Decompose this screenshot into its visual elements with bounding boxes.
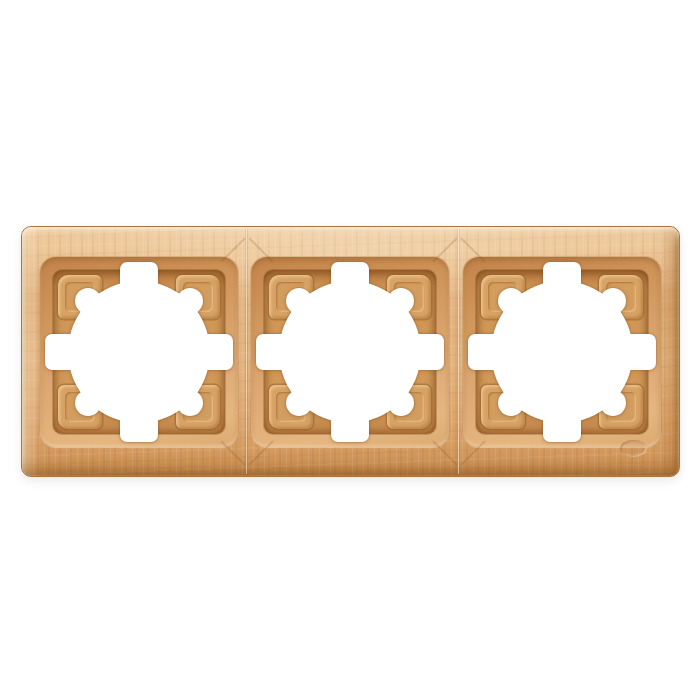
cutout-tab-left bbox=[256, 334, 290, 370]
cutout-tab-right bbox=[199, 334, 233, 370]
cutout-lobe-bottom-left bbox=[286, 390, 312, 416]
photo-canvas bbox=[0, 0, 700, 700]
cutout-tab-bottom bbox=[543, 410, 581, 442]
frame-module-1 bbox=[33, 227, 245, 476]
cutout-tab-left bbox=[45, 334, 79, 370]
frame-module-3 bbox=[456, 227, 668, 476]
cutout-tab-top bbox=[543, 262, 581, 294]
opening-bevel bbox=[40, 257, 238, 447]
opening-bevel bbox=[463, 257, 661, 447]
opening-bevel bbox=[251, 257, 449, 447]
cutout-tab-left bbox=[468, 334, 502, 370]
cutout-tab-top bbox=[331, 262, 369, 294]
cutout-lobe-top-right bbox=[388, 288, 414, 314]
cutout-lobe-bottom-left bbox=[498, 390, 524, 416]
cutout-lobe-top-left bbox=[286, 288, 312, 314]
module-row bbox=[22, 227, 679, 476]
cutout-tab-bottom bbox=[331, 410, 369, 442]
frame-module-2 bbox=[245, 227, 457, 476]
cutout-lobe-bottom-left bbox=[75, 390, 101, 416]
embossed-brand-mark bbox=[620, 440, 647, 457]
cutout-tab-right bbox=[410, 334, 444, 370]
cutout-lobe-bottom-right bbox=[388, 390, 414, 416]
cutout-lobe-bottom-right bbox=[177, 390, 203, 416]
cutout-lobe-top-left bbox=[75, 288, 101, 314]
cutout-tab-right bbox=[622, 334, 656, 370]
cutout-tab-top bbox=[120, 262, 158, 294]
cutout-lobe-top-left bbox=[498, 288, 524, 314]
switch-frame bbox=[21, 226, 680, 477]
cutout-tab-bottom bbox=[120, 410, 158, 442]
cutout-lobe-top-right bbox=[600, 288, 626, 314]
cutout-lobe-bottom-right bbox=[600, 390, 626, 416]
cutout-lobe-top-right bbox=[177, 288, 203, 314]
